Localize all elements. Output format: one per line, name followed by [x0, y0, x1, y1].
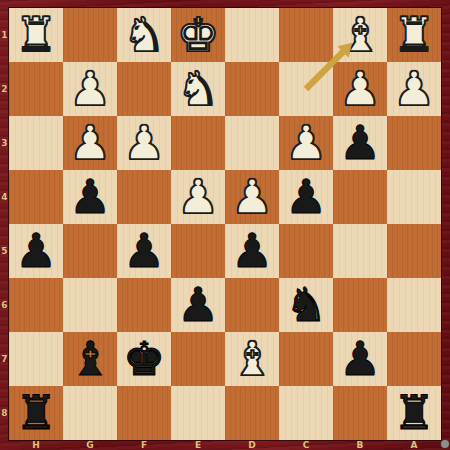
white-knight[interactable]: ♞: [123, 11, 165, 58]
square-b6[interactable]: [333, 278, 387, 332]
file-label-g: G: [63, 440, 117, 450]
rank-label-8: 8: [0, 386, 9, 440]
white-bishop[interactable]: ♝: [231, 335, 273, 382]
square-g6[interactable]: [63, 278, 117, 332]
white-pawn[interactable]: ♟: [231, 173, 273, 220]
black-pawn[interactable]: ♟: [69, 173, 111, 220]
square-f2[interactable]: [117, 62, 171, 116]
rank-labels: 12345678: [0, 8, 9, 440]
file-label-a: A: [387, 440, 441, 450]
black-pawn[interactable]: ♟: [15, 227, 57, 274]
resize-handle-dot[interactable]: [441, 440, 449, 448]
square-a4[interactable]: [387, 170, 441, 224]
square-c1[interactable]: [279, 8, 333, 62]
black-rook[interactable]: ♜: [15, 389, 57, 436]
square-d6[interactable]: [225, 278, 279, 332]
square-b1[interactable]: ♝: [333, 8, 387, 62]
white-bishop[interactable]: ♝: [339, 11, 381, 58]
square-b8[interactable]: [333, 386, 387, 440]
square-e8[interactable]: [171, 386, 225, 440]
square-h8[interactable]: ♜: [9, 386, 63, 440]
rank-label-2: 2: [0, 62, 9, 116]
black-knight[interactable]: ♞: [285, 281, 327, 328]
file-label-d: D: [225, 440, 279, 450]
square-c3[interactable]: ♟: [279, 116, 333, 170]
square-e6[interactable]: ♟: [171, 278, 225, 332]
square-g8[interactable]: [63, 386, 117, 440]
square-b5[interactable]: [333, 224, 387, 278]
square-e3[interactable]: [171, 116, 225, 170]
rank-label-5: 5: [0, 224, 9, 278]
square-c5[interactable]: [279, 224, 333, 278]
white-pawn[interactable]: ♟: [69, 119, 111, 166]
black-pawn[interactable]: ♟: [177, 281, 219, 328]
file-label-h: H: [9, 440, 63, 450]
square-h3[interactable]: [9, 116, 63, 170]
square-h6[interactable]: [9, 278, 63, 332]
white-pawn[interactable]: ♟: [285, 119, 327, 166]
square-b2[interactable]: ♟: [333, 62, 387, 116]
square-b4[interactable]: [333, 170, 387, 224]
black-pawn[interactable]: ♟: [231, 227, 273, 274]
square-a7[interactable]: [387, 332, 441, 386]
square-d4[interactable]: ♟: [225, 170, 279, 224]
square-b7[interactable]: ♟: [333, 332, 387, 386]
square-e2[interactable]: ♞: [171, 62, 225, 116]
white-pawn[interactable]: ♟: [123, 119, 165, 166]
square-h5[interactable]: ♟: [9, 224, 63, 278]
chess-board-window: 12345678 ♜♞♚♝♜♟♞♟♟♟♟♟♟♟♟♟♟♟♟♟♟♞♝♚♝♟♜♜ HG…: [0, 0, 450, 450]
black-pawn[interactable]: ♟: [339, 119, 381, 166]
square-f6[interactable]: [117, 278, 171, 332]
square-h2[interactable]: [9, 62, 63, 116]
black-king[interactable]: ♚: [123, 335, 165, 382]
white-pawn[interactable]: ♟: [339, 65, 381, 112]
square-a2[interactable]: ♟: [387, 62, 441, 116]
square-a1[interactable]: ♜: [387, 8, 441, 62]
square-d5[interactable]: ♟: [225, 224, 279, 278]
black-rook[interactable]: ♜: [393, 389, 435, 436]
square-e4[interactable]: ♟: [171, 170, 225, 224]
file-labels: HGFEDCBA: [9, 440, 441, 450]
white-pawn[interactable]: ♟: [69, 65, 111, 112]
square-f8[interactable]: [117, 386, 171, 440]
square-h1[interactable]: ♜: [9, 8, 63, 62]
file-label-b: B: [333, 440, 387, 450]
square-a3[interactable]: [387, 116, 441, 170]
square-h4[interactable]: [9, 170, 63, 224]
chess-board[interactable]: ♜♞♚♝♜♟♞♟♟♟♟♟♟♟♟♟♟♟♟♟♟♞♝♚♝♟♜♜: [9, 8, 441, 440]
square-f3[interactable]: ♟: [117, 116, 171, 170]
square-g2[interactable]: ♟: [63, 62, 117, 116]
square-c6[interactable]: ♞: [279, 278, 333, 332]
square-f7[interactable]: ♚: [117, 332, 171, 386]
file-label-f: F: [117, 440, 171, 450]
black-pawn[interactable]: ♟: [339, 335, 381, 382]
square-a5[interactable]: [387, 224, 441, 278]
square-g5[interactable]: [63, 224, 117, 278]
square-g3[interactable]: ♟: [63, 116, 117, 170]
square-f5[interactable]: ♟: [117, 224, 171, 278]
white-rook[interactable]: ♜: [393, 11, 435, 58]
white-knight[interactable]: ♞: [177, 65, 219, 112]
square-c7[interactable]: [279, 332, 333, 386]
square-c4[interactable]: ♟: [279, 170, 333, 224]
square-h7[interactable]: [9, 332, 63, 386]
square-d7[interactable]: ♝: [225, 332, 279, 386]
square-b3[interactable]: ♟: [333, 116, 387, 170]
square-d2[interactable]: [225, 62, 279, 116]
square-c8[interactable]: [279, 386, 333, 440]
white-pawn[interactable]: ♟: [393, 65, 435, 112]
square-e7[interactable]: [171, 332, 225, 386]
square-e5[interactable]: [171, 224, 225, 278]
rank-label-6: 6: [0, 278, 9, 332]
rank-label-1: 1: [0, 8, 9, 62]
square-a6[interactable]: [387, 278, 441, 332]
black-pawn[interactable]: ♟: [123, 227, 165, 274]
rank-label-3: 3: [0, 116, 9, 170]
rank-label-4: 4: [0, 170, 9, 224]
square-d1[interactable]: [225, 8, 279, 62]
square-d3[interactable]: [225, 116, 279, 170]
square-c2[interactable]: [279, 62, 333, 116]
file-label-c: C: [279, 440, 333, 450]
square-f1[interactable]: ♞: [117, 8, 171, 62]
file-label-e: E: [171, 440, 225, 450]
black-pawn[interactable]: ♟: [285, 173, 327, 220]
square-a8[interactable]: ♜: [387, 386, 441, 440]
white-pawn[interactable]: ♟: [177, 173, 219, 220]
white-king[interactable]: ♚: [177, 11, 219, 58]
square-g1[interactable]: [63, 8, 117, 62]
square-g4[interactable]: ♟: [63, 170, 117, 224]
black-bishop[interactable]: ♝: [69, 335, 111, 382]
rank-label-7: 7: [0, 332, 9, 386]
square-e1[interactable]: ♚: [171, 8, 225, 62]
square-g7[interactable]: ♝: [63, 332, 117, 386]
square-f4[interactable]: [117, 170, 171, 224]
square-d8[interactable]: [225, 386, 279, 440]
white-rook[interactable]: ♜: [15, 11, 57, 58]
